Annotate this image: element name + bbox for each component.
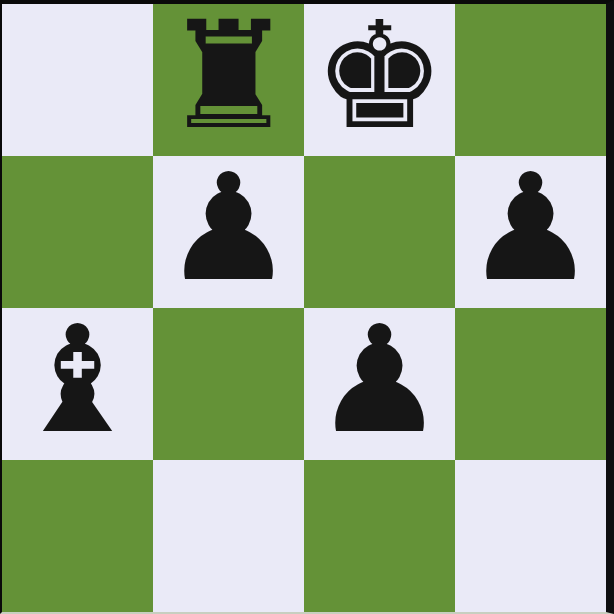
square-r4c3[interactable]	[304, 460, 455, 612]
square-r2c1[interactable]	[2, 156, 153, 308]
square-r3c4[interactable]	[455, 308, 606, 460]
black-pawn-piece[interactable]: ♟	[464, 156, 597, 302]
black-pawn-piece[interactable]: ♟	[162, 156, 295, 302]
square-r3c2[interactable]	[153, 308, 304, 460]
square-r3c3[interactable]: ♟	[304, 308, 455, 460]
square-r4c1[interactable]	[2, 460, 153, 612]
black-king-piece[interactable]: ♚	[313, 4, 446, 150]
square-r1c1[interactable]	[2, 4, 153, 156]
chess-board-frame: ♜♚♟♟♝♟	[0, 0, 614, 614]
square-r3c1[interactable]: ♝	[2, 308, 153, 460]
black-rook-piece[interactable]: ♜	[162, 4, 295, 150]
square-r2c4[interactable]: ♟	[455, 156, 606, 308]
square-r2c2[interactable]: ♟	[153, 156, 304, 308]
square-r1c2[interactable]: ♜	[153, 4, 304, 156]
black-pawn-piece[interactable]: ♟	[313, 308, 446, 454]
chess-board: ♜♚♟♟♝♟	[2, 4, 606, 612]
square-r1c4[interactable]	[455, 4, 606, 156]
square-r4c4[interactable]	[455, 460, 606, 612]
square-r2c3[interactable]	[304, 156, 455, 308]
square-r1c3[interactable]: ♚	[304, 4, 455, 156]
black-bishop-piece[interactable]: ♝	[11, 308, 144, 454]
square-r4c2[interactable]	[153, 460, 304, 612]
